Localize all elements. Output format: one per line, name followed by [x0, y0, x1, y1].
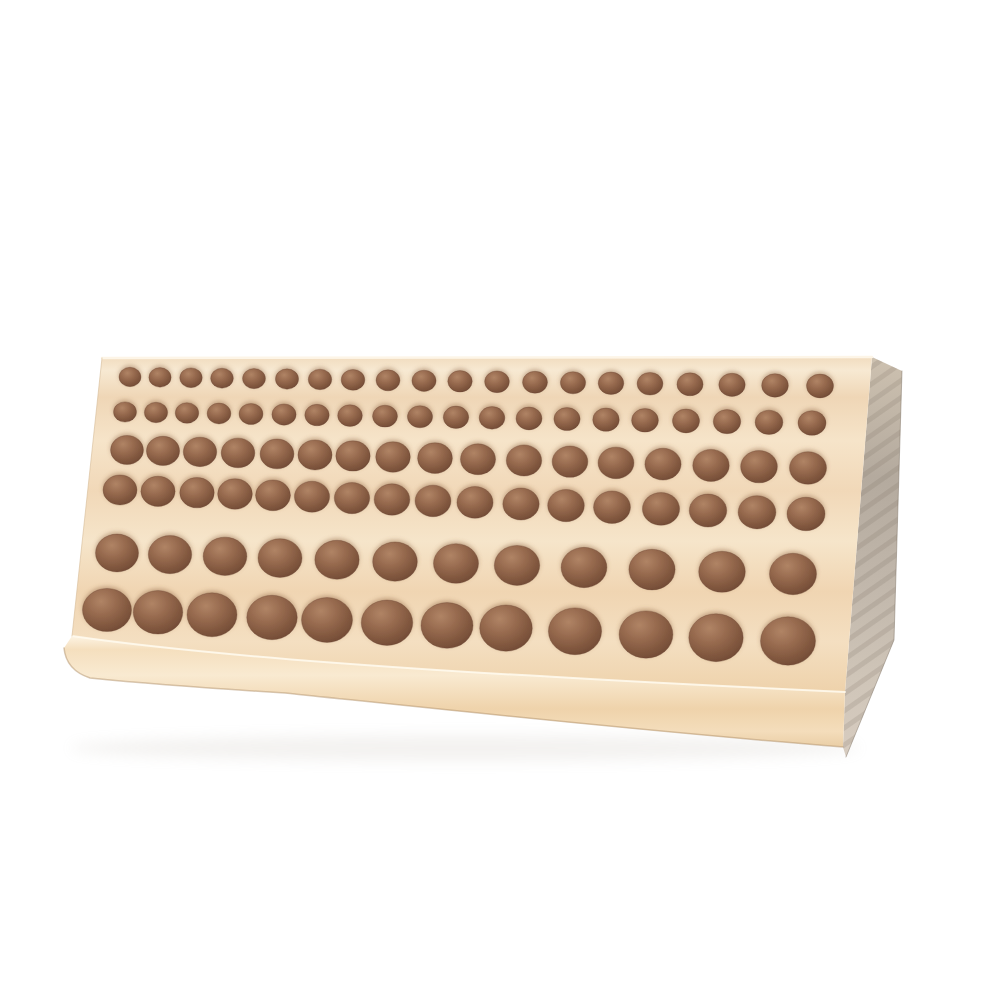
tool-hole [790, 452, 827, 485]
product-photo [0, 0, 1000, 1000]
tool-hole [187, 593, 237, 637]
tool-hole [207, 403, 231, 424]
tool-hole [494, 545, 539, 585]
tool-hole [637, 372, 663, 395]
tool-hole [302, 598, 353, 643]
tool-hole [96, 534, 139, 572]
tool-hole [376, 442, 411, 472]
tool-hole [294, 481, 329, 512]
tool-hole [374, 484, 410, 515]
tool-hole [503, 488, 539, 520]
tool-hole [148, 536, 191, 574]
tool-hole [761, 617, 816, 665]
tool-hole [272, 404, 296, 425]
tool-hole [457, 487, 493, 519]
tool-hole [144, 402, 167, 422]
tool-hole [373, 542, 418, 581]
tool-hole [693, 449, 729, 481]
tool-hole [741, 451, 778, 483]
tool-hole [552, 446, 588, 477]
tool-hole [770, 553, 817, 594]
tool-hole [243, 369, 266, 389]
tool-hole [218, 479, 253, 510]
tool-hole [221, 438, 255, 468]
wooden-tool-rack [0, 0, 1000, 1000]
tool-hole [689, 614, 743, 662]
tool-hole [448, 371, 472, 392]
tool-hole [689, 494, 726, 527]
tool-hole [338, 405, 363, 427]
tool-hole [256, 480, 291, 511]
tool-hole [755, 410, 783, 434]
tool-hole [103, 475, 137, 505]
tool-hole [807, 374, 834, 398]
tool-hole [315, 540, 359, 579]
tool-hole [480, 605, 533, 651]
tool-hole [211, 368, 234, 388]
tool-hole [548, 489, 585, 521]
tool-hole [260, 439, 294, 469]
tool-hole [677, 373, 703, 396]
tool-hole [443, 406, 468, 428]
tool-hole [183, 437, 216, 466]
tool-hole [239, 403, 263, 424]
tool-hole [180, 368, 202, 388]
tool-hole [336, 441, 370, 471]
tool-hole [83, 588, 132, 631]
tool-hole [415, 485, 451, 517]
tool-hole [361, 600, 412, 645]
tool-hole [632, 409, 659, 433]
tool-hole [619, 611, 673, 658]
tool-hole [334, 483, 369, 514]
tool-hole [560, 372, 585, 394]
tool-hole [554, 408, 580, 431]
tool-hole [593, 408, 620, 431]
tool-hole [341, 370, 365, 391]
tool-hole [713, 410, 740, 434]
tool-hole [506, 445, 541, 476]
tool-hole [275, 369, 298, 389]
tool-hole [523, 371, 548, 393]
tool-hole [719, 373, 745, 396]
tool-hole [548, 608, 601, 655]
tool-hole [146, 436, 179, 465]
tool-hole [738, 496, 776, 529]
tool-hole [479, 407, 505, 430]
tool-hole [119, 367, 141, 386]
tool-hole [485, 371, 510, 393]
tool-hole [460, 444, 495, 475]
tool-hole [180, 478, 214, 508]
tool-hole [699, 551, 746, 592]
tool-hole [672, 409, 699, 433]
tool-hole [798, 411, 826, 436]
tool-hole [141, 476, 175, 506]
tool-hole [594, 491, 631, 523]
tool-hole [149, 368, 171, 388]
tool-hole [433, 544, 478, 584]
tool-hole [418, 443, 453, 474]
tool-hole [516, 407, 542, 430]
tool-hole [598, 447, 634, 479]
tool-hole [407, 406, 432, 428]
tool-hole [373, 405, 398, 427]
tool-hole [298, 440, 332, 470]
tool-hole [175, 403, 198, 424]
tool-hole [376, 370, 400, 391]
tool-hole [308, 369, 331, 390]
tool-hole [258, 539, 302, 578]
tool-hole [598, 372, 623, 394]
tool-hole [305, 404, 329, 425]
tool-hole [247, 595, 297, 639]
tool-hole [645, 448, 681, 480]
tool-hole [787, 497, 825, 530]
tool-hole [412, 370, 436, 391]
tool-hole [561, 547, 607, 587]
tool-hole [421, 603, 473, 649]
tool-hole [642, 493, 679, 526]
top-edge-highlight [102, 357, 872, 358]
tool-hole [114, 402, 137, 422]
tool-hole [111, 435, 144, 464]
tool-hole [762, 374, 789, 397]
tool-hole [203, 537, 247, 575]
tool-hole [133, 591, 182, 635]
tool-hole [629, 549, 675, 590]
